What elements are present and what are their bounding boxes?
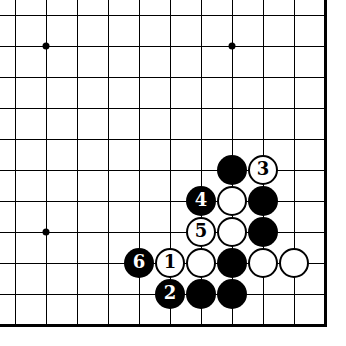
white-stone-q5[interactable]: [217, 186, 247, 216]
white-stone-s3[interactable]: [279, 248, 309, 278]
go-diagram: 345612: [0, 0, 346, 346]
grid-line-vertical: [77, 0, 78, 327]
black-stone-r4[interactable]: [248, 217, 278, 247]
go-board[interactable]: 345612: [0, 0, 346, 346]
grid-line-vertical: [15, 0, 16, 327]
white-stone-r3[interactable]: [248, 248, 278, 278]
black-stone-p2[interactable]: [186, 279, 216, 309]
board-edge-right: [324, 0, 327, 327]
move-number: 4: [195, 191, 208, 209]
white-stone-p4[interactable]: 5: [186, 217, 216, 247]
white-stone-q4[interactable]: [217, 217, 247, 247]
move-number: 1: [164, 253, 177, 271]
black-stone-r5[interactable]: [248, 186, 278, 216]
black-stone-q2[interactable]: [217, 279, 247, 309]
black-stone-q6[interactable]: [217, 155, 247, 185]
grid-line-horizontal: [0, 139, 327, 140]
board-edge-bottom: [0, 324, 327, 327]
black-stone-o2[interactable]: 2: [155, 279, 185, 309]
grid-line-horizontal: [0, 77, 327, 78]
grid-line-horizontal: [0, 108, 327, 109]
black-stone-q3[interactable]: [217, 248, 247, 278]
black-stone-n3[interactable]: 6: [124, 248, 154, 278]
move-number: 5: [195, 222, 208, 240]
star-point-k10: [43, 43, 50, 50]
black-stone-p5[interactable]: 4: [186, 186, 216, 216]
white-stone-p3[interactable]: [186, 248, 216, 278]
white-stone-r6[interactable]: 3: [248, 155, 278, 185]
move-number: 2: [164, 284, 177, 302]
move-number: 3: [257, 160, 270, 178]
star-point-q10: [229, 43, 236, 50]
move-number: 6: [133, 253, 146, 271]
grid-line-horizontal: [0, 15, 327, 16]
white-stone-o3[interactable]: 1: [155, 248, 185, 278]
star-point-k4: [43, 229, 50, 236]
grid-line-vertical: [108, 0, 109, 327]
